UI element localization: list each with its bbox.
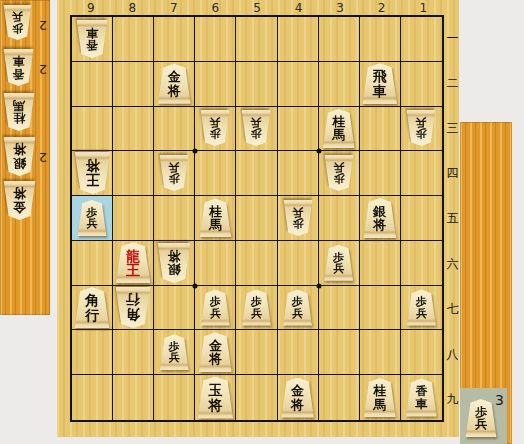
- piece-kanji: 角: [85, 293, 99, 307]
- piece-kanji: 兵: [169, 162, 180, 173]
- board-square[interactable]: [319, 330, 360, 375]
- hand-piece[interactable]: 香車: [3, 49, 34, 86]
- board-square[interactable]: [360, 107, 401, 152]
- star-point: [316, 149, 321, 154]
- board-square[interactable]: [236, 330, 277, 375]
- file-label: 1: [402, 0, 444, 15]
- board-square[interactable]: 銀将: [360, 196, 401, 241]
- piece-kanji: 将: [208, 398, 222, 412]
- file-label: 4: [278, 0, 320, 15]
- board-piece[interactable]: 歩兵: [406, 110, 436, 146]
- piece-kanji: 行: [126, 293, 140, 307]
- piece-kanji: 香: [86, 39, 98, 51]
- board-square[interactable]: 歩兵: [154, 330, 195, 375]
- board-square[interactable]: [360, 151, 401, 196]
- board-square[interactable]: [195, 62, 236, 107]
- board-square[interactable]: [72, 62, 113, 107]
- file-labels: 987654321: [70, 0, 444, 15]
- board-piece[interactable]: 銀将: [157, 243, 191, 283]
- star-point: [193, 283, 198, 288]
- board-piece[interactable]: 歩兵: [324, 155, 354, 191]
- board-square[interactable]: 玉将: [195, 375, 236, 420]
- board-square[interactable]: 角行: [72, 286, 113, 331]
- board-square[interactable]: [154, 286, 195, 331]
- file-label: 3: [319, 0, 361, 15]
- board-square[interactable]: 歩兵: [401, 107, 442, 152]
- board-square[interactable]: 飛車: [360, 62, 401, 107]
- piece-kanji: 歩: [169, 173, 180, 184]
- board-square[interactable]: [319, 375, 360, 420]
- piece-kanji: 将: [209, 352, 222, 365]
- board-square[interactable]: 香車: [72, 17, 113, 62]
- piece-kanji: 兵: [416, 308, 427, 319]
- piece-kanji: 車: [373, 84, 387, 98]
- file-label: 7: [153, 0, 195, 15]
- piece-kanji: 車: [13, 55, 25, 67]
- hand-piece-count: 2: [39, 151, 47, 164]
- board-square[interactable]: 歩兵: [319, 241, 360, 286]
- board-piece[interactable]: 桂馬: [322, 109, 355, 148]
- piece-kanji: 桂: [373, 384, 386, 397]
- board-piece[interactable]: 歩兵: [406, 290, 436, 326]
- board-square[interactable]: 金将: [195, 330, 236, 375]
- piece-kanji: 銀: [168, 263, 181, 276]
- piece-kanji: 歩: [12, 23, 23, 34]
- hand-piece[interactable]: 歩兵: [3, 5, 32, 40]
- board-piece[interactable]: 歩兵: [241, 290, 271, 326]
- board-piece[interactable]: 金将: [198, 332, 232, 372]
- hand-piece[interactable]: 金将: [3, 181, 36, 220]
- board-square[interactable]: 歩兵: [154, 151, 195, 196]
- gote-captured-stand: 歩兵2香車2桂馬銀将2金将: [0, 0, 50, 315]
- board-square[interactable]: [401, 151, 442, 196]
- board-piece[interactable]: 歩兵: [159, 155, 189, 191]
- board-square[interactable]: 金将: [278, 375, 319, 420]
- piece-kanji: 兵: [251, 117, 262, 128]
- board-square[interactable]: 歩兵: [401, 286, 442, 331]
- piece-kanji: 歩: [416, 296, 427, 307]
- piece-kanji: 兵: [87, 218, 98, 229]
- rank-label: 九: [446, 377, 459, 422]
- board-piece[interactable]: 歩兵: [159, 334, 189, 370]
- board-square[interactable]: [319, 286, 360, 331]
- board-square[interactable]: 歩兵: [236, 286, 277, 331]
- board-square[interactable]: [278, 107, 319, 152]
- board-piece[interactable]: 飛車: [362, 63, 398, 104]
- piece-kanji: 兵: [333, 162, 344, 173]
- piece-kanji: 歩: [251, 128, 262, 139]
- piece-kanji: 金: [168, 70, 181, 83]
- board-square[interactable]: [72, 107, 113, 152]
- hand-slot[interactable]: 歩兵2: [0, 3, 50, 47]
- hand-piece-count: 2: [39, 63, 47, 76]
- board-square[interactable]: [113, 330, 154, 375]
- file-label: 2: [361, 0, 403, 15]
- piece-kanji: 香: [13, 68, 25, 80]
- board-piece[interactable]: 歩兵: [200, 110, 230, 146]
- board-square[interactable]: [154, 17, 195, 62]
- board-piece[interactable]: 王将: [74, 152, 111, 194]
- board-square[interactable]: [360, 241, 401, 286]
- piece-kanji: 桂: [13, 112, 25, 124]
- board-piece[interactable]: 桂馬: [363, 378, 396, 417]
- hand-piece[interactable]: 桂馬: [3, 93, 35, 131]
- board-square[interactable]: 王将: [72, 151, 113, 196]
- board-square[interactable]: [278, 62, 319, 107]
- hand-slot[interactable]: 桂馬: [0, 91, 50, 135]
- hand-slot[interactable]: 銀将2: [0, 135, 50, 179]
- piece-kanji: 兵: [169, 352, 180, 363]
- piece-kanji: 龍: [126, 249, 140, 263]
- piece-kanji: 馬: [209, 218, 222, 231]
- board-piece[interactable]: 香車: [76, 20, 108, 58]
- rank-label: 四: [446, 151, 459, 196]
- board-square[interactable]: [236, 241, 277, 286]
- piece-kanji: 歩: [416, 128, 427, 139]
- piece-kanji: 将: [13, 187, 26, 200]
- board-square[interactable]: [195, 151, 236, 196]
- piece-kanji: 香: [415, 385, 427, 397]
- board-piece[interactable]: 歩兵: [283, 200, 313, 236]
- rank-label: 一: [446, 15, 459, 60]
- piece-kanji: 兵: [12, 11, 23, 22]
- piece-kanji: 歩: [210, 296, 221, 307]
- piece-kanji: 車: [86, 27, 98, 39]
- board-square[interactable]: [401, 62, 442, 107]
- piece-kanji: 兵: [251, 308, 262, 319]
- board-square[interactable]: [278, 330, 319, 375]
- board-square[interactable]: [319, 62, 360, 107]
- board-square[interactable]: [113, 375, 154, 420]
- rank-label: 七: [446, 286, 459, 331]
- rank-label: 三: [446, 105, 459, 150]
- hand-piece-count: 2: [39, 19, 47, 32]
- board-piece[interactable]: 玉将: [197, 377, 234, 419]
- piece-kanji: 馬: [13, 100, 25, 112]
- board-square[interactable]: 歩兵: [236, 107, 277, 152]
- board-square[interactable]: [236, 151, 277, 196]
- piece-kanji: 銀: [373, 205, 386, 218]
- board-square[interactable]: [236, 375, 277, 420]
- board-square[interactable]: [236, 62, 277, 107]
- hand-piece[interactable]: 銀将: [3, 137, 36, 176]
- piece-kanji: 行: [85, 308, 99, 322]
- piece-kanji: 歩: [292, 296, 303, 307]
- rank-label: 二: [446, 60, 459, 105]
- piece-kanji: 桂: [209, 205, 222, 218]
- piece-kanji: 歩: [210, 128, 221, 139]
- board-square[interactable]: [401, 330, 442, 375]
- board-square[interactable]: 桂馬: [360, 375, 401, 420]
- piece-kanji: 将: [13, 143, 26, 156]
- board-square[interactable]: 龍王: [113, 241, 154, 286]
- shogi-app: 歩兵2香車2桂馬銀将2金将 987654321 香車金将飛車歩兵歩兵桂馬歩兵王将…: [0, 0, 524, 444]
- piece-kanji: 兵: [210, 308, 221, 319]
- piece-kanji: 将: [373, 218, 386, 231]
- board-piece[interactable]: 香車: [405, 379, 437, 417]
- piece-kanji: 歩: [292, 218, 303, 229]
- board-square[interactable]: [360, 17, 401, 62]
- board-panel: 987654321 香車金将飛車歩兵歩兵桂馬歩兵王将歩兵歩兵歩兵桂馬歩兵銀将龍王…: [57, 0, 459, 437]
- board-square[interactable]: 歩兵: [319, 151, 360, 196]
- board-square[interactable]: [72, 375, 113, 420]
- board-square[interactable]: [360, 330, 401, 375]
- piece-kanji: 将: [168, 250, 181, 263]
- board-piece[interactable]: 歩兵: [241, 110, 271, 146]
- piece-kanji: 金: [291, 384, 304, 397]
- board-square[interactable]: [319, 196, 360, 241]
- piece-kanji: 将: [168, 84, 181, 97]
- board-square[interactable]: [113, 196, 154, 241]
- board-square[interactable]: [195, 241, 236, 286]
- star-point: [193, 149, 198, 154]
- board-square[interactable]: 歩兵: [278, 196, 319, 241]
- hand-slot[interactable]: 金将: [0, 179, 50, 223]
- board-square[interactable]: [113, 17, 154, 62]
- piece-kanji: 兵: [292, 308, 303, 319]
- board-square[interactable]: [278, 151, 319, 196]
- board-square[interactable]: 歩兵: [278, 286, 319, 331]
- piece-kanji: 馬: [332, 128, 345, 141]
- piece-kanji: 飛: [373, 69, 387, 83]
- piece-kanji: 兵: [292, 207, 303, 218]
- rank-label: 八: [446, 332, 459, 377]
- board-piece[interactable]: 角行: [74, 287, 110, 328]
- board-square[interactable]: 桂馬: [319, 107, 360, 152]
- board-square[interactable]: 歩兵: [72, 196, 113, 241]
- piece-kanji: 兵: [210, 117, 221, 128]
- shogi-board: 香車金将飛車歩兵歩兵桂馬歩兵王将歩兵歩兵歩兵桂馬歩兵銀将龍王銀将歩兵角行角行歩兵…: [70, 15, 444, 422]
- piece-kanji: 車: [415, 398, 427, 410]
- board-square[interactable]: [360, 286, 401, 331]
- piece-kanji: 馬: [373, 398, 386, 411]
- rank-labels: 一二三四五六七八九: [446, 15, 459, 422]
- board-piece[interactable]: 銀将: [363, 198, 397, 238]
- piece-kanji: 兵: [475, 418, 487, 430]
- piece-kanji: 角: [126, 308, 140, 322]
- board-piece[interactable]: 歩兵: [200, 290, 230, 326]
- board-square[interactable]: 角行: [113, 286, 154, 331]
- piece-kanji: 金: [209, 339, 222, 352]
- hand-piece-count: 3: [495, 393, 504, 407]
- star-point: [316, 283, 321, 288]
- piece-kanji: 桂: [332, 115, 345, 128]
- board-square[interactable]: [113, 151, 154, 196]
- board-square[interactable]: [236, 196, 277, 241]
- hand-piece[interactable]: 歩兵: [465, 399, 497, 437]
- file-label: 6: [195, 0, 237, 15]
- piece-kanji: 歩: [333, 173, 344, 184]
- piece-kanji: 王: [85, 173, 99, 187]
- board-square[interactable]: [72, 241, 113, 286]
- piece-kanji: 兵: [416, 117, 427, 128]
- board-square[interactable]: [319, 17, 360, 62]
- file-label: 9: [70, 0, 112, 15]
- sente-captured-stand: 歩兵3: [460, 122, 512, 444]
- board-square[interactable]: [113, 62, 154, 107]
- board-square[interactable]: [401, 196, 442, 241]
- piece-kanji: 歩: [251, 296, 262, 307]
- board-square[interactable]: [278, 17, 319, 62]
- piece-kanji: 王: [126, 263, 140, 277]
- board-square[interactable]: [401, 241, 442, 286]
- board-square[interactable]: [113, 107, 154, 152]
- board-square[interactable]: 金将: [154, 62, 195, 107]
- board-piece[interactable]: 桂馬: [199, 198, 232, 237]
- board-square[interactable]: 歩兵: [195, 286, 236, 331]
- board-square[interactable]: [154, 107, 195, 152]
- board-square[interactable]: [154, 196, 195, 241]
- board-piece[interactable]: 金将: [157, 64, 191, 104]
- piece-kanji: 将: [85, 159, 99, 173]
- board-square[interactable]: 銀将: [154, 241, 195, 286]
- file-label: 5: [236, 0, 278, 15]
- board-piece[interactable]: 歩兵: [77, 200, 107, 236]
- board-piece[interactable]: 角行: [115, 287, 151, 328]
- hand-slot[interactable]: 香車2: [0, 47, 50, 91]
- file-label: 8: [112, 0, 154, 15]
- board-square[interactable]: [278, 241, 319, 286]
- board-square[interactable]: [236, 17, 277, 62]
- piece-kanji: 将: [291, 398, 304, 411]
- board-square[interactable]: 桂馬: [195, 196, 236, 241]
- board-square[interactable]: 歩兵: [195, 107, 236, 152]
- board-piece[interactable]: 龍王: [115, 242, 151, 283]
- rank-label: 五: [446, 196, 459, 241]
- board-square[interactable]: [72, 330, 113, 375]
- board-square[interactable]: [195, 17, 236, 62]
- board-piece[interactable]: 歩兵: [324, 245, 354, 281]
- board-square[interactable]: 香車: [401, 375, 442, 420]
- selected-hand-square[interactable]: 歩兵3: [460, 388, 507, 444]
- piece-kanji: 銀: [13, 157, 26, 170]
- board-piece[interactable]: 歩兵: [283, 290, 313, 326]
- piece-kanji: 金: [13, 201, 26, 214]
- board-square[interactable]: [401, 17, 442, 62]
- rank-label: 六: [446, 241, 459, 286]
- board-square[interactable]: [154, 375, 195, 420]
- board-piece[interactable]: 金将: [281, 378, 315, 418]
- piece-kanji: 兵: [333, 263, 344, 274]
- piece-kanji: 玉: [208, 383, 222, 397]
